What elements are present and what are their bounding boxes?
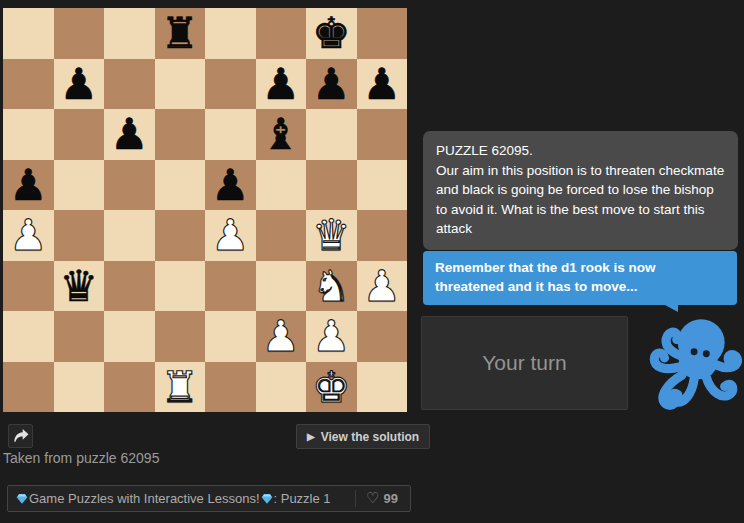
black-pawn-h7[interactable]: ♟ [362, 59, 401, 109]
square-a5[interactable]: ♟ [3, 160, 54, 211]
square-g2[interactable]: ♟ [306, 311, 357, 362]
square-g1[interactable]: ♚ [306, 362, 357, 413]
status-label: Your turn [482, 351, 566, 375]
white-king-g1[interactable]: ♚ [312, 362, 351, 412]
square-f1[interactable] [256, 362, 307, 413]
square-e6[interactable] [205, 109, 256, 160]
square-c4[interactable] [104, 210, 155, 261]
square-h8[interactable] [357, 8, 408, 59]
share-arrow-icon [11, 427, 31, 445]
square-f7[interactable]: ♟ [256, 59, 307, 110]
square-e1[interactable] [205, 362, 256, 413]
square-d8[interactable]: ♜ [155, 8, 206, 59]
white-pawn-f2[interactable]: ♟ [261, 311, 300, 361]
puzzle-title: PUZZLE 62095. [436, 141, 725, 161]
square-g4[interactable]: ♛ [306, 210, 357, 261]
white-pawn-g2[interactable]: ♟ [312, 311, 351, 361]
square-a4[interactable]: ♟ [3, 210, 54, 261]
black-queen-b3[interactable]: ♛ [59, 261, 98, 311]
square-c1[interactable] [104, 362, 155, 413]
square-d5[interactable] [155, 160, 206, 211]
square-a3[interactable] [3, 261, 54, 312]
black-pawn-b7[interactable]: ♟ [59, 59, 98, 109]
square-h5[interactable] [357, 160, 408, 211]
square-d2[interactable] [155, 311, 206, 362]
square-g5[interactable] [306, 160, 357, 211]
square-h6[interactable] [357, 109, 408, 160]
square-b7[interactable]: ♟ [54, 59, 105, 110]
square-a2[interactable] [3, 311, 54, 362]
square-g6[interactable] [306, 109, 357, 160]
white-rook-d1[interactable]: ♜ [160, 362, 199, 412]
square-d1[interactable]: ♜ [155, 362, 206, 413]
chess-board[interactable]: ♜♚♟♟♟♟♟♝♟♟♟♟♛♛♞♟♟♟♜♚ [3, 8, 407, 412]
square-f8[interactable] [256, 8, 307, 59]
square-e4[interactable]: ♟ [205, 210, 256, 261]
white-pawn-e4[interactable]: ♟ [211, 210, 250, 260]
square-a8[interactable] [3, 8, 54, 59]
black-pawn-f7[interactable]: ♟ [261, 59, 300, 109]
square-h7[interactable]: ♟ [357, 59, 408, 110]
black-pawn-e5[interactable]: ♟ [211, 160, 250, 210]
square-f5[interactable] [256, 160, 307, 211]
square-b4[interactable] [54, 210, 105, 261]
status-box: Your turn [421, 316, 628, 410]
square-b5[interactable] [54, 160, 105, 211]
white-queen-g4[interactable]: ♛ [312, 210, 351, 260]
square-c2[interactable] [104, 311, 155, 362]
black-pawn-a5[interactable]: ♟ [9, 160, 48, 210]
black-pawn-g7[interactable]: ♟ [312, 59, 351, 109]
coach-message-box: PUZZLE 62095. Our aim in this position i… [423, 131, 738, 250]
square-a7[interactable] [3, 59, 54, 110]
view-solution-label: View the solution [321, 430, 419, 444]
square-b3[interactable]: ♛ [54, 261, 105, 312]
lesson-title: Game Puzzles with Interactive Lessons! :… [15, 491, 331, 506]
black-bishop-f6[interactable]: ♝ [261, 109, 300, 159]
lesson-footer-bar[interactable]: Game Puzzles with Interactive Lessons! :… [7, 485, 411, 512]
square-g7[interactable]: ♟ [306, 59, 357, 110]
gem-icon [261, 493, 273, 505]
puzzle-source-caption: Taken from puzzle 62095 [3, 450, 159, 466]
square-g8[interactable]: ♚ [306, 8, 357, 59]
square-a1[interactable] [3, 362, 54, 413]
heart-icon[interactable]: ♡ [366, 491, 379, 506]
square-e7[interactable] [205, 59, 256, 110]
octopus-icon [637, 314, 743, 416]
square-d6[interactable] [155, 109, 206, 160]
square-c8[interactable] [104, 8, 155, 59]
square-f6[interactable]: ♝ [256, 109, 307, 160]
square-f2[interactable]: ♟ [256, 311, 307, 362]
square-d7[interactable] [155, 59, 206, 110]
square-f3[interactable] [256, 261, 307, 312]
square-f4[interactable] [256, 210, 307, 261]
square-c5[interactable] [104, 160, 155, 211]
square-h3[interactable]: ♟ [357, 261, 408, 312]
square-e2[interactable] [205, 311, 256, 362]
square-b2[interactable] [54, 311, 105, 362]
likes-count: 99 [384, 491, 398, 506]
square-d3[interactable] [155, 261, 206, 312]
square-c6[interactable]: ♟ [104, 109, 155, 160]
divider [355, 490, 356, 507]
square-h1[interactable] [357, 362, 408, 413]
square-e5[interactable]: ♟ [205, 160, 256, 211]
white-pawn-a4[interactable]: ♟ [9, 210, 48, 260]
black-pawn-c6[interactable]: ♟ [110, 109, 149, 159]
puzzle-description: Our aim in this position is to threaten … [436, 161, 725, 239]
gem-icon [16, 493, 28, 505]
square-b6[interactable] [54, 109, 105, 160]
square-h4[interactable] [357, 210, 408, 261]
white-knight-g3[interactable]: ♞ [312, 261, 351, 311]
square-c7[interactable] [104, 59, 155, 110]
play-icon: ▶ [307, 431, 315, 442]
square-b8[interactable] [54, 8, 105, 59]
white-pawn-h3[interactable]: ♟ [362, 261, 401, 311]
square-h2[interactable] [357, 311, 408, 362]
square-a6[interactable] [3, 109, 54, 160]
black-rook-d8[interactable]: ♜ [160, 8, 199, 58]
square-e8[interactable] [205, 8, 256, 59]
share-button[interactable] [8, 424, 33, 448]
square-b1[interactable] [54, 362, 105, 413]
hint-bubble: Remember that the d1 rook is now threate… [423, 251, 737, 305]
square-c3[interactable] [104, 261, 155, 312]
square-g3[interactable]: ♞ [306, 261, 357, 312]
square-d4[interactable] [155, 210, 206, 261]
black-king-g8[interactable]: ♚ [312, 8, 351, 58]
hint-text: Remember that the d1 rook is now threate… [435, 260, 656, 294]
view-solution-button[interactable]: ▶ View the solution [296, 424, 430, 449]
square-e3[interactable] [205, 261, 256, 312]
